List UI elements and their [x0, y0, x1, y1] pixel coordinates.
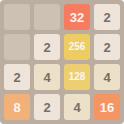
tile-8-r4c1: 8 [4, 94, 30, 120]
empty-cell-r1c1 [4, 4, 30, 30]
tile-4-r3c2: 4 [34, 64, 60, 90]
empty-cell-r2c1 [4, 34, 30, 60]
tile-2-r3c1: 2 [4, 64, 30, 90]
tile-2-r1c4: 2 [94, 4, 120, 30]
tile-256-r2c3: 256 [64, 34, 90, 60]
tile-32-r1c3: 32 [64, 4, 90, 30]
empty-cell-r1c2 [34, 4, 60, 30]
tile-2-r4c2: 2 [34, 94, 60, 120]
2048-board[interactable]: 3222256224128482416 [0, 0, 124, 124]
tile-4-r3c4: 4 [94, 64, 120, 90]
tile-16-r4c4: 16 [94, 94, 120, 120]
tile-128-r3c3: 128 [64, 64, 90, 90]
tile-4-r4c3: 4 [64, 94, 90, 120]
tile-2-r2c4: 2 [94, 34, 120, 60]
tile-2-r2c2: 2 [34, 34, 60, 60]
